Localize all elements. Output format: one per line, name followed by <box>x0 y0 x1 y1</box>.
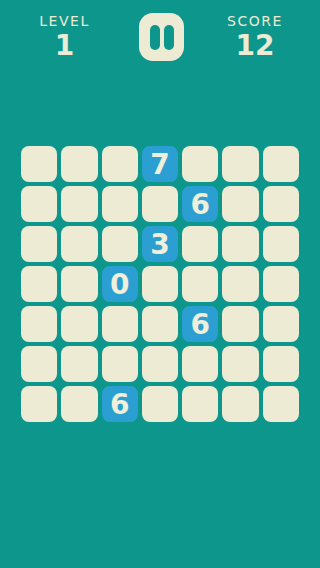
board-grid: 763066 <box>21 146 299 422</box>
tile-r5c4[interactable] <box>142 306 178 342</box>
tile-r4c7[interactable] <box>263 266 299 302</box>
level-label: LEVEL <box>0 13 129 29</box>
tile-r1c5[interactable] <box>182 146 218 182</box>
tile-r7c5[interactable] <box>182 386 218 422</box>
tile-r1c6[interactable] <box>222 146 258 182</box>
tile-r4c3[interactable]: 0 <box>102 266 138 302</box>
tile-r4c5[interactable] <box>182 266 218 302</box>
tile-r2c2[interactable] <box>61 186 97 222</box>
tile-r6c5[interactable] <box>182 346 218 382</box>
tile-r7c6[interactable] <box>222 386 258 422</box>
tile-r4c1[interactable] <box>21 266 57 302</box>
tile-r5c3[interactable] <box>102 306 138 342</box>
tile-r1c7[interactable] <box>263 146 299 182</box>
tile-r5c6[interactable] <box>222 306 258 342</box>
tile-r2c1[interactable] <box>21 186 57 222</box>
tile-r5c5[interactable]: 6 <box>182 306 218 342</box>
tile-r7c3[interactable]: 6 <box>102 386 138 422</box>
tile-r6c6[interactable] <box>222 346 258 382</box>
tile-r6c1[interactable] <box>21 346 57 382</box>
tile-r3c5[interactable] <box>182 226 218 262</box>
tile-r4c4[interactable] <box>142 266 178 302</box>
game-screen: LEVEL 1 SCORE 12 763066 <box>0 0 320 568</box>
tile-r2c6[interactable] <box>222 186 258 222</box>
tile-r6c2[interactable] <box>61 346 97 382</box>
tile-r1c4[interactable]: 7 <box>142 146 178 182</box>
tile-r4c6[interactable] <box>222 266 258 302</box>
tile-r1c3[interactable] <box>102 146 138 182</box>
tile-r3c6[interactable] <box>222 226 258 262</box>
pause-button[interactable] <box>139 13 184 61</box>
tile-r7c2[interactable] <box>61 386 97 422</box>
pause-icon <box>150 25 174 50</box>
tile-r5c2[interactable] <box>61 306 97 342</box>
tile-r2c4[interactable] <box>142 186 178 222</box>
tile-r3c3[interactable] <box>102 226 138 262</box>
tile-r7c7[interactable] <box>263 386 299 422</box>
tile-r2c5[interactable]: 6 <box>182 186 218 222</box>
tile-r3c4[interactable]: 3 <box>142 226 178 262</box>
pause-bar-right <box>164 25 174 50</box>
tile-r6c4[interactable] <box>142 346 178 382</box>
tile-r2c3[interactable] <box>102 186 138 222</box>
pause-bar-left <box>150 25 160 50</box>
tile-r4c2[interactable] <box>61 266 97 302</box>
tile-r2c7[interactable] <box>263 186 299 222</box>
score-value: 12 <box>190 31 320 61</box>
score-display: SCORE 12 <box>190 13 320 61</box>
tile-r6c3[interactable] <box>102 346 138 382</box>
tile-r3c1[interactable] <box>21 226 57 262</box>
tile-r7c1[interactable] <box>21 386 57 422</box>
tile-r7c4[interactable] <box>142 386 178 422</box>
tile-r3c7[interactable] <box>263 226 299 262</box>
tile-r3c2[interactable] <box>61 226 97 262</box>
level-display: LEVEL 1 <box>0 13 129 61</box>
score-label: SCORE <box>190 13 320 29</box>
level-value: 1 <box>0 31 129 61</box>
tile-r6c7[interactable] <box>263 346 299 382</box>
tile-r1c1[interactable] <box>21 146 57 182</box>
tile-r5c7[interactable] <box>263 306 299 342</box>
tile-r5c1[interactable] <box>21 306 57 342</box>
tile-r1c2[interactable] <box>61 146 97 182</box>
